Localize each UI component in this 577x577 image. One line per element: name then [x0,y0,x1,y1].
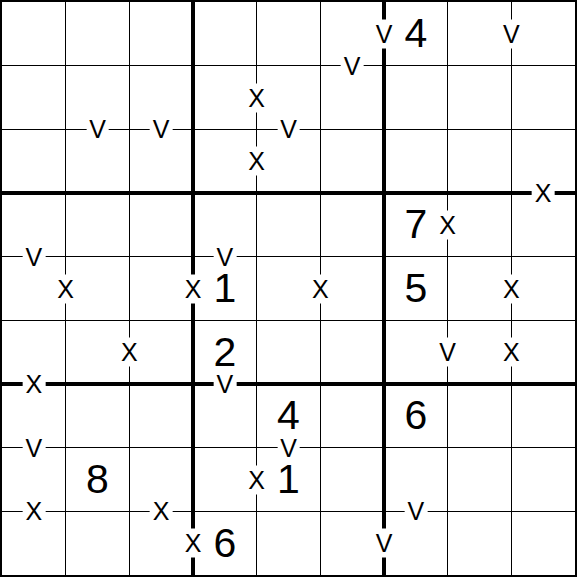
cell[interactable] [2,320,66,384]
cell[interactable] [320,448,384,512]
given-digit: 4 [277,395,300,436]
cell[interactable] [66,193,130,257]
cell[interactable] [320,257,384,321]
cell[interactable] [448,2,512,66]
cell[interactable] [129,320,193,384]
cell[interactable] [257,129,321,193]
sudoku-board: 4715246816 VVVXVVVXXXVVXXXXXVXXVVVXXXVXV [0,0,577,577]
given-digit: 2 [213,332,236,373]
cell[interactable] [193,193,257,257]
given-digit: 8 [86,459,109,500]
cell[interactable] [66,511,130,575]
given-digit: 1 [213,268,236,309]
cell[interactable] [2,2,66,66]
cell[interactable] [448,257,512,321]
cell[interactable] [511,384,575,448]
cell[interactable] [320,193,384,257]
cell[interactable] [511,511,575,575]
cell[interactable] [448,511,512,575]
cell[interactable] [129,511,193,575]
cell[interactable] [448,384,512,448]
cell[interactable] [448,320,512,384]
cell[interactable] [193,384,257,448]
cell[interactable] [193,129,257,193]
cell[interactable] [511,257,575,321]
cell[interactable] [129,129,193,193]
cell[interactable] [257,257,321,321]
cell[interactable]: 8 [66,448,130,512]
cell[interactable] [257,2,321,66]
cell[interactable] [129,384,193,448]
cell[interactable] [511,320,575,384]
given-digit: 7 [404,204,427,245]
cell[interactable]: 6 [384,384,448,448]
cell[interactable] [511,448,575,512]
cell[interactable] [257,193,321,257]
cell[interactable] [448,193,512,257]
given-digit: 5 [404,268,427,309]
cell[interactable]: 5 [384,257,448,321]
cell[interactable] [384,129,448,193]
cell[interactable] [66,320,130,384]
cell[interactable]: 4 [384,2,448,66]
cell[interactable] [129,448,193,512]
cell[interactable] [66,257,130,321]
board-surface: 4715246816 VVVXVVVXXXVVXXXXXVXXVVVXXXVXV [2,2,575,575]
cell[interactable] [384,66,448,130]
cell[interactable]: 7 [384,193,448,257]
cell[interactable] [511,193,575,257]
cell[interactable] [448,129,512,193]
cell[interactable] [129,193,193,257]
cell[interactable] [448,66,512,130]
cell[interactable] [257,320,321,384]
cell[interactable] [2,511,66,575]
cell[interactable] [193,2,257,66]
cell-layer: 4715246816 [2,2,575,575]
given-digit: 1 [277,459,300,500]
cell[interactable] [2,448,66,512]
given-digit: 4 [404,13,427,54]
cell[interactable] [2,384,66,448]
cell[interactable] [320,320,384,384]
cell[interactable] [511,129,575,193]
cell[interactable] [384,511,448,575]
cell[interactable] [320,384,384,448]
cell[interactable] [2,129,66,193]
cell[interactable] [320,2,384,66]
cell[interactable] [320,66,384,130]
cell[interactable]: 6 [193,511,257,575]
cell[interactable]: 1 [193,257,257,321]
cell[interactable] [2,193,66,257]
cell[interactable] [2,66,66,130]
cell[interactable] [129,2,193,66]
cell[interactable]: 4 [257,384,321,448]
cell[interactable] [384,320,448,384]
cell[interactable] [257,66,321,130]
cell[interactable] [193,66,257,130]
cell[interactable] [193,448,257,512]
cell[interactable] [384,448,448,512]
cell[interactable] [320,511,384,575]
cell[interactable] [129,257,193,321]
cell[interactable] [257,511,321,575]
cell[interactable]: 1 [257,448,321,512]
cell[interactable] [66,2,130,66]
given-digit: 6 [213,523,236,564]
cell[interactable] [320,129,384,193]
cell[interactable] [511,66,575,130]
cell[interactable] [448,448,512,512]
cell[interactable] [66,66,130,130]
cell[interactable] [129,66,193,130]
cell[interactable] [66,384,130,448]
given-digit: 6 [404,395,427,436]
cell[interactable] [66,129,130,193]
cell[interactable]: 2 [193,320,257,384]
cell[interactable] [511,2,575,66]
cell[interactable] [2,257,66,321]
